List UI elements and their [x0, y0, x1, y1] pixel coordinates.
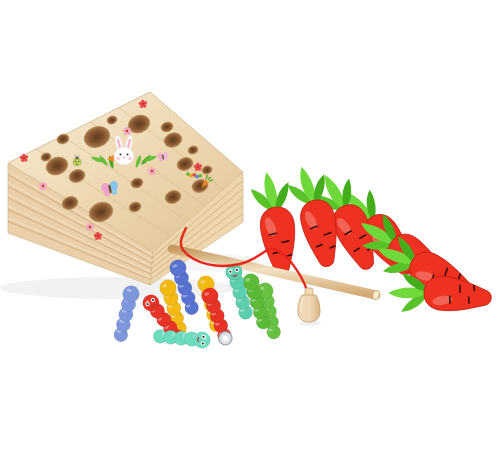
product-photo — [0, 0, 500, 450]
carrot-body — [422, 275, 493, 316]
magnet-bob — [298, 288, 321, 326]
carrot-7 — [386, 268, 494, 324]
carrot-pieces — [246, 161, 493, 324]
toy-scene — [0, 0, 500, 450]
wooden-box — [0, 92, 260, 299]
worm-mint — [153, 327, 211, 349]
